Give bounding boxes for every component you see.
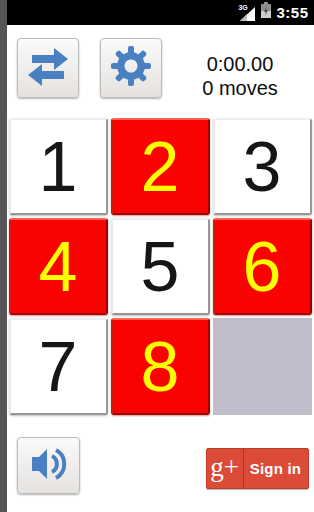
- tile-1[interactable]: 1: [9, 118, 108, 215]
- empty-cell: [213, 318, 312, 415]
- tile-7[interactable]: 7: [9, 318, 108, 415]
- tile-8[interactable]: 8: [111, 318, 210, 415]
- moves-count: 0 moves: [167, 76, 314, 100]
- tile-label: 2: [141, 132, 180, 202]
- tile-label: 5: [141, 232, 180, 302]
- gear-icon: [109, 44, 153, 92]
- tile-6[interactable]: 6: [213, 218, 312, 315]
- tile-label: 8: [141, 332, 180, 402]
- sound-toggle-button[interactable]: [17, 437, 80, 494]
- tile-label: 3: [243, 132, 282, 202]
- tile-5[interactable]: 5: [111, 218, 210, 315]
- tile-4[interactable]: 4: [9, 218, 108, 315]
- timer-value: 0:00.00: [167, 52, 314, 76]
- signal-strength-icon: 3G: [238, 4, 256, 22]
- tile-2[interactable]: 2: [111, 118, 210, 215]
- swap-arrows-icon: [25, 45, 71, 91]
- google-signin-button[interactable]: g+ Sign in: [206, 448, 309, 489]
- battery-charging-icon: [260, 2, 272, 23]
- tile-label: 1: [39, 132, 78, 202]
- app-window: 3G 3:55: [7, 0, 314, 512]
- clock: 3:55: [276, 4, 308, 21]
- tile-label: 6: [243, 232, 282, 302]
- puzzle-board: 12345678: [7, 116, 314, 417]
- tile-label: 4: [39, 232, 78, 302]
- network-type-label: 3G: [238, 4, 247, 11]
- toolbar: [17, 38, 162, 98]
- tile-3[interactable]: 3: [213, 118, 312, 215]
- settings-button[interactable]: [100, 38, 162, 98]
- speaker-icon: [27, 443, 69, 489]
- signin-label: Sign in: [244, 449, 308, 488]
- google-plus-logo-icon: g+: [207, 449, 244, 488]
- status-bar: 3G 3:55: [7, 0, 314, 25]
- shuffle-button[interactable]: [17, 38, 79, 98]
- tile-label: 7: [39, 332, 78, 402]
- timer-box: 0:00.00 0 moves: [167, 52, 314, 100]
